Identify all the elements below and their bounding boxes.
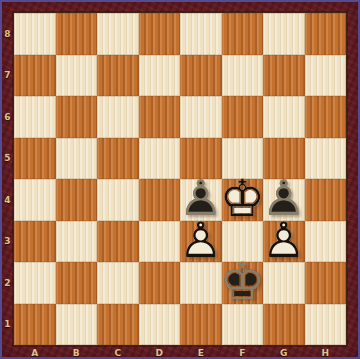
square-e1[interactable] [180, 304, 222, 346]
square-e5[interactable] [180, 138, 222, 180]
file-label-g: G [263, 347, 305, 359]
white-pawn-fill-glyph: ♟ [263, 220, 305, 262]
square-a2[interactable] [14, 262, 56, 304]
square-c1[interactable] [97, 304, 139, 346]
square-d5[interactable] [139, 138, 181, 180]
square-e4[interactable]: ♟♙ [180, 179, 222, 221]
square-h5[interactable] [305, 138, 347, 180]
square-a1[interactable] [14, 304, 56, 346]
rank-label-3: 3 [2, 221, 13, 263]
square-c4[interactable] [97, 179, 139, 221]
square-e6[interactable] [180, 96, 222, 138]
white-king-outline-glyph: ♔ [222, 178, 264, 220]
white-pawn-fill-glyph: ♟ [180, 220, 222, 262]
square-h6[interactable] [305, 96, 347, 138]
square-b4[interactable] [56, 179, 98, 221]
black-pawn-fill-glyph: ♟ [180, 178, 222, 220]
square-g5[interactable] [263, 138, 305, 180]
square-h3[interactable] [305, 221, 347, 263]
square-c2[interactable] [97, 262, 139, 304]
square-d1[interactable] [139, 304, 181, 346]
square-c6[interactable] [97, 96, 139, 138]
black-king-f2[interactable]: ♚♔ [222, 262, 264, 304]
square-g4[interactable]: ♟♙ [263, 179, 305, 221]
square-b6[interactable] [56, 96, 98, 138]
rank-labels: 87654321 [2, 13, 13, 345]
white-king-f4[interactable]: ♚♔ [222, 179, 264, 221]
black-pawn-outline-glyph: ♙ [180, 178, 222, 220]
square-f7[interactable] [222, 55, 264, 97]
square-d7[interactable] [139, 55, 181, 97]
rank-label-8: 8 [2, 13, 13, 55]
square-a4[interactable] [14, 179, 56, 221]
chess-board[interactable]: ♟♙♚♔♟♙♟♙♟♙♚♔ [13, 12, 347, 346]
square-d6[interactable] [139, 96, 181, 138]
square-e8[interactable] [180, 13, 222, 55]
rank-label-4: 4 [2, 179, 13, 221]
square-d3[interactable] [139, 221, 181, 263]
square-b7[interactable] [56, 55, 98, 97]
square-f8[interactable] [222, 13, 264, 55]
white-pawn-e3[interactable]: ♟♙ [180, 221, 222, 263]
square-h4[interactable] [305, 179, 347, 221]
square-g1[interactable] [263, 304, 305, 346]
square-d8[interactable] [139, 13, 181, 55]
square-h8[interactable] [305, 13, 347, 55]
square-a5[interactable] [14, 138, 56, 180]
file-labels: ABCDEFGH [14, 347, 346, 359]
square-b2[interactable] [56, 262, 98, 304]
file-label-f: F [222, 347, 264, 359]
square-a7[interactable] [14, 55, 56, 97]
square-g6[interactable] [263, 96, 305, 138]
square-e7[interactable] [180, 55, 222, 97]
square-c5[interactable] [97, 138, 139, 180]
black-king-fill-glyph: ♚ [222, 261, 264, 303]
square-g7[interactable] [263, 55, 305, 97]
rank-label-1: 1 [2, 304, 13, 346]
rank-label-5: 5 [2, 138, 13, 180]
square-d4[interactable] [139, 179, 181, 221]
rank-label-2: 2 [2, 262, 13, 304]
square-g2[interactable] [263, 262, 305, 304]
square-b5[interactable] [56, 138, 98, 180]
file-label-c: C [97, 347, 139, 359]
black-pawn-g4[interactable]: ♟♙ [263, 179, 305, 221]
square-g3[interactable]: ♟♙ [263, 221, 305, 263]
square-a8[interactable] [14, 13, 56, 55]
file-label-d: D [139, 347, 181, 359]
square-h2[interactable] [305, 262, 347, 304]
rank-label-6: 6 [2, 96, 13, 138]
white-pawn-outline-glyph: ♙ [263, 220, 305, 262]
file-label-b: B [56, 347, 98, 359]
file-label-h: H [305, 347, 347, 359]
square-b8[interactable] [56, 13, 98, 55]
square-a3[interactable] [14, 221, 56, 263]
square-e2[interactable] [180, 262, 222, 304]
file-label-a: A [14, 347, 56, 359]
rank-label-7: 7 [2, 55, 13, 97]
square-f6[interactable] [222, 96, 264, 138]
black-king-outline-glyph: ♔ [222, 261, 264, 303]
white-king-fill-glyph: ♚ [222, 178, 264, 220]
square-f5[interactable] [222, 138, 264, 180]
chessboard-frame: 87654321 ♟♙♚♔♟♙♟♙♟♙♚♔ ABCDEFGH [0, 0, 360, 359]
square-e3[interactable]: ♟♙ [180, 221, 222, 263]
file-label-e: E [180, 347, 222, 359]
square-g8[interactable] [263, 13, 305, 55]
black-pawn-outline-glyph: ♙ [263, 178, 305, 220]
square-c3[interactable] [97, 221, 139, 263]
white-pawn-g3[interactable]: ♟♙ [263, 221, 305, 263]
square-b3[interactable] [56, 221, 98, 263]
square-c7[interactable] [97, 55, 139, 97]
black-pawn-fill-glyph: ♟ [263, 178, 305, 220]
square-f2[interactable]: ♚♔ [222, 262, 264, 304]
square-f4[interactable]: ♚♔ [222, 179, 264, 221]
square-f3[interactable] [222, 221, 264, 263]
square-h1[interactable] [305, 304, 347, 346]
white-pawn-outline-glyph: ♙ [180, 220, 222, 262]
square-b1[interactable] [56, 304, 98, 346]
square-f1[interactable] [222, 304, 264, 346]
square-a6[interactable] [14, 96, 56, 138]
black-pawn-e4[interactable]: ♟♙ [180, 179, 222, 221]
square-c8[interactable] [97, 13, 139, 55]
square-h7[interactable] [305, 55, 347, 97]
square-d2[interactable] [139, 262, 181, 304]
